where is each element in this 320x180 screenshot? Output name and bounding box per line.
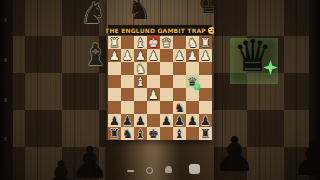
piece-bP-d7: ♟: [160, 114, 173, 127]
square-e5[interactable]: ♟: [147, 88, 160, 101]
piece-bP-b7: ♟: [186, 114, 199, 127]
piece-wB-f1: ♝: [134, 36, 147, 49]
background-knight-icon: ♞: [80, 0, 106, 28]
piece-bN-c6: ♞: [173, 101, 186, 114]
square-g3[interactable]: [121, 62, 134, 75]
board-left-edge: [0, 0, 13, 180]
chess-board[interactable]: ♜♝♚♛♞♜♟♟♟♟♟♟♟♞♝♛♟♞♟♟♟♟♟♟♟♜♞♝♚♝♜: [108, 36, 212, 140]
square-g7[interactable]: ♟: [121, 114, 134, 127]
square-b6[interactable]: [186, 101, 199, 114]
square-c3[interactable]: [173, 62, 186, 75]
square-d4[interactable]: [160, 75, 173, 88]
square-b7[interactable]: ♟: [186, 114, 199, 127]
square-d3[interactable]: [160, 62, 173, 75]
square-a2[interactable]: ♟: [199, 49, 212, 62]
square-h3[interactable]: [108, 62, 121, 75]
green-dot-indicator: [194, 84, 200, 90]
piece-bP-c7: ♟: [173, 114, 186, 127]
piece-bP-h7: ♟: [108, 114, 121, 127]
square-e7[interactable]: [147, 114, 160, 127]
piece-wP-g2: ♟: [121, 49, 134, 62]
dash-icon[interactable]: [127, 170, 134, 172]
square-a5[interactable]: [199, 88, 212, 101]
square-e6[interactable]: [147, 101, 160, 114]
video-strip[interactable]: ♞ ♚ THE ENGLUND GAMBIT TRAP ♜♝♚♛♞♜♟♟♟♟♟♟…: [106, 0, 214, 180]
piece-wB-f4: ♝: [134, 75, 147, 88]
square-b8[interactable]: [186, 127, 199, 140]
piece-bN-g8: ♞: [121, 127, 134, 140]
strip-bottom-blur: [106, 140, 214, 180]
blurred-footage: [106, 140, 214, 180]
square-c5[interactable]: [173, 88, 186, 101]
title-banner: THE ENGLUND GAMBIT TRAP: [108, 25, 212, 35]
circle-icon[interactable]: [146, 167, 153, 174]
square-e3[interactable]: [147, 62, 160, 75]
square-g5[interactable]: [121, 88, 134, 101]
square-e8[interactable]: ♚: [147, 127, 160, 140]
square-h6[interactable]: [108, 101, 121, 114]
square-a8[interactable]: ♜: [199, 127, 212, 140]
square-d8[interactable]: [160, 127, 173, 140]
square-g8[interactable]: ♞: [121, 127, 134, 140]
piece-bP-a7: ♟: [199, 114, 212, 127]
square-h8[interactable]: ♜: [108, 127, 121, 140]
edge-mark: [4, 58, 7, 62]
strip-knight-silhouette-icon: ♞: [127, 0, 151, 23]
edge-mark: [4, 137, 7, 141]
edge-mark: [4, 18, 7, 22]
background-bishop-icon: ♝: [82, 40, 109, 70]
square-e2[interactable]: ♟: [147, 49, 160, 62]
square-f4[interactable]: ♝: [134, 75, 147, 88]
square-f1[interactable]: ♝: [134, 36, 147, 49]
square-e4[interactable]: [147, 75, 160, 88]
piece-wR-a1: ♜: [199, 36, 212, 49]
square-d6[interactable]: [160, 101, 173, 114]
rounded-button-icon[interactable]: [189, 164, 200, 174]
piece-wP-a2: ♟: [199, 49, 212, 62]
piece-bR-h8: ♜: [108, 127, 121, 140]
piece-wQ-d1: ♛: [160, 36, 173, 49]
square-g1[interactable]: [121, 36, 134, 49]
piece-wN-f3: ♞: [134, 62, 147, 75]
square-d5[interactable]: [160, 88, 173, 101]
piece-wP-f2: ♟: [134, 49, 147, 62]
square-c6[interactable]: ♞: [173, 101, 186, 114]
square-b4[interactable]: ♛: [186, 75, 199, 88]
square-f7[interactable]: ♟: [134, 114, 147, 127]
square-f3[interactable]: ♞: [134, 62, 147, 75]
square-g4[interactable]: [121, 75, 134, 88]
square-h1[interactable]: ♜: [108, 36, 121, 49]
piece-wP-h2: ♟: [108, 49, 121, 62]
square-g2[interactable]: ♟: [121, 49, 134, 62]
square-c7[interactable]: ♟: [173, 114, 186, 127]
square-c8[interactable]: ♝: [173, 127, 186, 140]
square-c4[interactable]: [173, 75, 186, 88]
piece-wP-e2: ♟: [147, 49, 160, 62]
piece-bB-f8: ♝: [134, 127, 147, 140]
square-a4[interactable]: [199, 75, 212, 88]
square-e1[interactable]: ♚: [147, 36, 160, 49]
piece-bP-f7: ♟: [134, 114, 147, 127]
square-a7[interactable]: ♟: [199, 114, 212, 127]
piece-bP-g7: ♟: [121, 114, 134, 127]
square-a3[interactable]: [199, 62, 212, 75]
piece-bK-e8: ♚: [147, 127, 160, 140]
square-h2[interactable]: ♟: [108, 49, 121, 62]
square-b2[interactable]: ♟: [186, 49, 199, 62]
square-f6[interactable]: [134, 101, 147, 114]
background-pawn-icon: ♟: [70, 141, 109, 180]
square-c2[interactable]: ♟: [173, 49, 186, 62]
square-c1[interactable]: [173, 36, 186, 49]
piece-bR-a8: ♜: [199, 127, 212, 140]
piece-wP-b2: ♟: [186, 49, 199, 62]
piece-wP-c2: ♟: [173, 49, 186, 62]
piece-wK-e1: ♚: [147, 36, 160, 49]
background-pawn-icon: ♟: [213, 130, 256, 178]
thumbnail-canvas: ♞ ♝ ♛ ♟ ♟ ♟ ♟ ♞ ♚ THE ENGLUND GAMBIT TRA…: [0, 0, 320, 180]
square-f2[interactable]: ♟: [134, 49, 147, 62]
square-h4[interactable]: [108, 75, 121, 88]
piece-bB-c8: ♝: [173, 127, 186, 140]
square-a1[interactable]: ♜: [199, 36, 212, 49]
piece-wP-e5: ♟: [147, 88, 160, 101]
square-g6[interactable]: [121, 101, 134, 114]
piece-wR-h1: ♜: [108, 36, 121, 49]
square-h5[interactable]: [108, 88, 121, 101]
square-f5[interactable]: [134, 88, 147, 101]
background-black-queen-icon: ♛: [233, 34, 272, 78]
square-d1[interactable]: ♛: [160, 36, 173, 49]
title-text: THE ENGLUND GAMBIT TRAP: [106, 27, 206, 34]
square-d2[interactable]: [160, 49, 173, 62]
background-pawn-icon: ♟: [291, 134, 320, 180]
square-b3[interactable]: [186, 62, 199, 75]
shocked-emoji-icon: [208, 27, 214, 34]
square-a6[interactable]: [199, 101, 212, 114]
square-b1[interactable]: ♞: [186, 36, 199, 49]
square-f8[interactable]: ♝: [134, 127, 147, 140]
bell-icon[interactable]: [165, 166, 172, 173]
edge-mark: [4, 98, 7, 102]
strip-king-silhouette-icon: ♚: [198, 0, 214, 17]
piece-wN-b1: ♞: [186, 36, 199, 49]
square-h7[interactable]: ♟: [108, 114, 121, 127]
square-d7[interactable]: ♟: [160, 114, 173, 127]
